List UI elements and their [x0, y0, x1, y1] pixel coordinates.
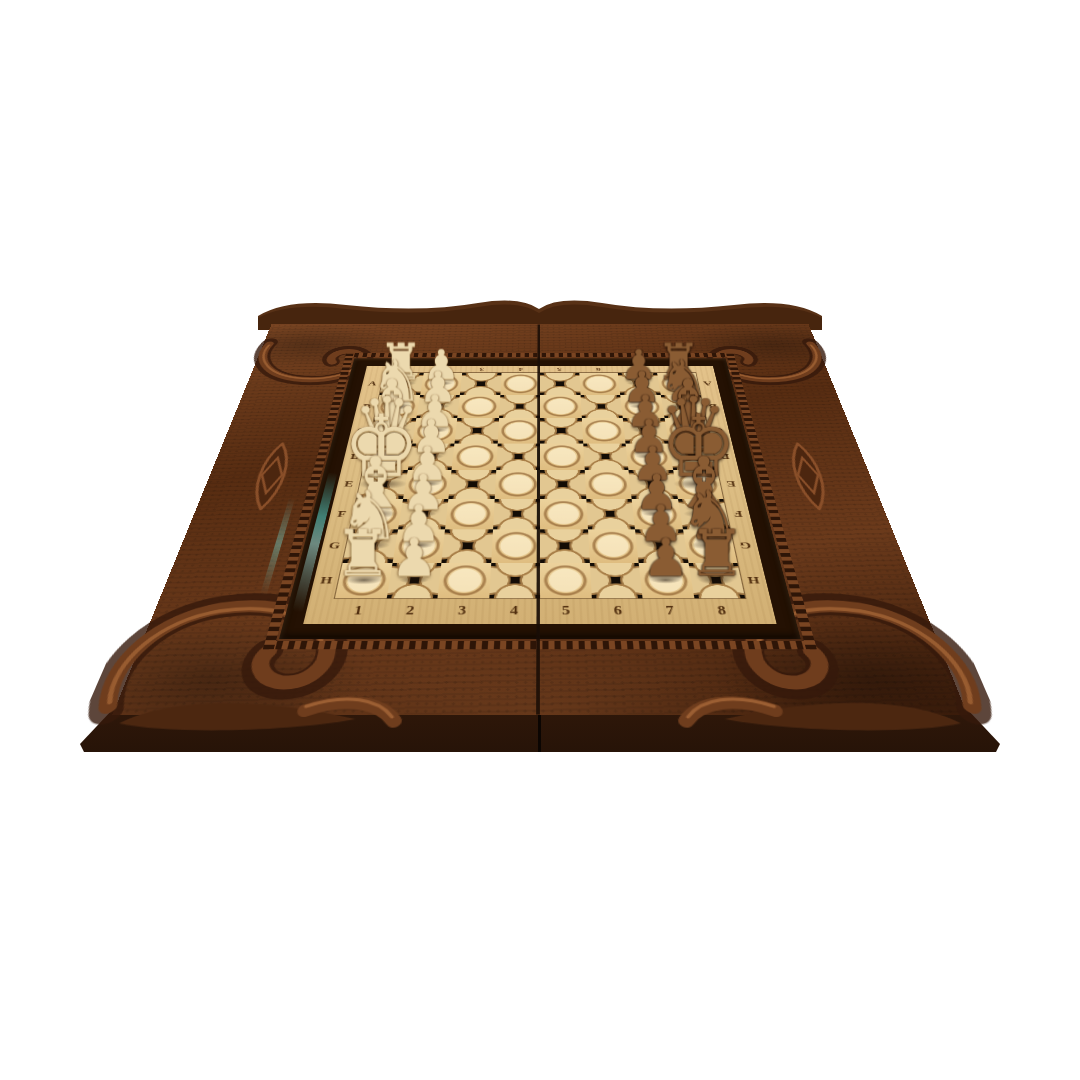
- square-b5[interactable]: [540, 395, 581, 418]
- square-c4[interactable]: [497, 418, 540, 443]
- square-b4[interactable]: [499, 395, 540, 418]
- square-b7[interactable]: [620, 395, 664, 418]
- square-c5[interactable]: [540, 418, 583, 443]
- square-a8[interactable]: [657, 373, 701, 395]
- square-a5[interactable]: [540, 373, 580, 395]
- rank-label-far-3: 3: [480, 367, 485, 372]
- square-h4[interactable]: [489, 563, 540, 599]
- white-pawn-glyph: ♟: [390, 533, 437, 583]
- rank-label-far-6: 6: [596, 367, 601, 372]
- rank-label-far-5: 5: [557, 367, 561, 372]
- square-g4[interactable]: [491, 529, 540, 562]
- square-b3[interactable]: [457, 395, 500, 418]
- left-rail-medallion-carving: [237, 442, 304, 510]
- square-d3[interactable]: [452, 443, 498, 470]
- square-d6[interactable]: [583, 443, 629, 470]
- black-rook-glyph: ♜: [688, 523, 745, 583]
- square-a3[interactable]: [460, 373, 501, 395]
- square-a6[interactable]: [579, 373, 620, 395]
- square-g6[interactable]: [587, 529, 638, 562]
- square-d5[interactable]: [540, 443, 584, 470]
- square-c6[interactable]: [581, 418, 625, 443]
- square-h6[interactable]: [589, 563, 642, 599]
- square-b6[interactable]: [580, 395, 623, 418]
- square-a1[interactable]: [380, 373, 424, 395]
- black-pawn-glyph: ♟: [643, 533, 690, 583]
- square-h5[interactable]: [540, 563, 591, 599]
- dentil-border-bottom: [263, 641, 817, 649]
- product-photo-stage: 1122334455667788AABBCCDDEEFFGGHH♜♟♟♜♞♟♟♞…: [0, 0, 1080, 1080]
- square-a7[interactable]: [618, 373, 661, 395]
- square-a2[interactable]: [420, 373, 463, 395]
- square-g5[interactable]: [540, 529, 589, 562]
- square-e3[interactable]: [448, 470, 495, 499]
- rank-label-far-4: 4: [518, 367, 522, 372]
- square-a4[interactable]: [500, 373, 540, 395]
- white-rook-glyph: ♜: [335, 523, 392, 583]
- square-c3[interactable]: [454, 418, 498, 443]
- square-e6[interactable]: [584, 470, 631, 499]
- right-rail-medallion-carving: [776, 442, 843, 510]
- square-g3[interactable]: [441, 529, 492, 562]
- carved-frame-plane: 1122334455667788AABBCCDDEEFFGGHH♜♟♟♜♞♟♟♞…: [112, 324, 967, 714]
- square-e4[interactable]: [494, 470, 540, 499]
- square-b2[interactable]: [416, 395, 460, 418]
- square-h3[interactable]: [437, 563, 490, 599]
- square-d4[interactable]: [496, 443, 540, 470]
- square-e5[interactable]: [540, 470, 586, 499]
- perspective-scene: 1122334455667788AABBCCDDEEFFGGHH♜♟♟♜♞♟♟♞…: [0, 0, 1080, 1080]
